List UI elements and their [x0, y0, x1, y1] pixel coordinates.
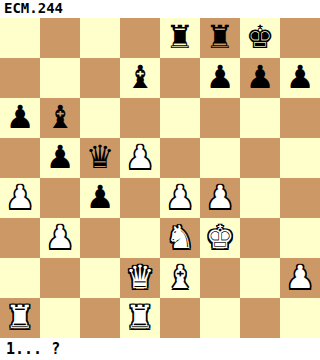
square-h8[interactable] [280, 18, 320, 58]
piece-white-pawn[interactable]: ♟ [6, 178, 35, 217]
piece-white-pawn[interactable]: ♟ [46, 218, 75, 257]
chess-board: ♜♜♚♝♟♟♟♟♝♟♛♟♟♟♟♟♟♞♚♛♝♟♜♜ [0, 18, 320, 338]
square-g6[interactable] [240, 98, 280, 138]
piece-white-bishop[interactable]: ♝ [166, 258, 195, 297]
piece-white-pawn[interactable]: ♟ [166, 178, 195, 217]
piece-black-king[interactable]: ♚ [246, 18, 275, 57]
square-c3[interactable] [80, 218, 120, 258]
square-e6[interactable] [160, 98, 200, 138]
piece-black-bishop[interactable]: ♝ [126, 58, 155, 97]
square-c5[interactable]: ♛ [80, 138, 120, 178]
square-h1[interactable] [280, 298, 320, 338]
square-b6[interactable]: ♝ [40, 98, 80, 138]
piece-white-rook[interactable]: ♜ [6, 298, 35, 337]
square-d6[interactable] [120, 98, 160, 138]
piece-black-pawn[interactable]: ♟ [6, 98, 35, 137]
piece-black-rook[interactable]: ♜ [166, 18, 195, 57]
piece-black-pawn[interactable]: ♟ [86, 178, 115, 217]
square-g2[interactable] [240, 258, 280, 298]
square-c6[interactable] [80, 98, 120, 138]
square-f8[interactable]: ♜ [200, 18, 240, 58]
piece-black-pawn[interactable]: ♟ [246, 58, 275, 97]
square-a5[interactable] [0, 138, 40, 178]
square-h3[interactable] [280, 218, 320, 258]
square-e3[interactable]: ♞ [160, 218, 200, 258]
square-e4[interactable]: ♟ [160, 178, 200, 218]
piece-white-rook[interactable]: ♜ [126, 298, 155, 337]
piece-black-pawn[interactable]: ♟ [46, 138, 75, 177]
chess-app: ECM.244 ♜♜♚♝♟♟♟♟♝♟♛♟♟♟♟♟♟♞♚♛♝♟♜♜ 1... ? [0, 0, 320, 360]
square-c8[interactable] [80, 18, 120, 58]
square-f6[interactable] [200, 98, 240, 138]
piece-black-pawn[interactable]: ♟ [286, 58, 315, 97]
piece-white-pawn[interactable]: ♟ [126, 138, 155, 177]
square-b3[interactable]: ♟ [40, 218, 80, 258]
square-a7[interactable] [0, 58, 40, 98]
puzzle-title: ECM.244 [4, 0, 63, 18]
square-a4[interactable]: ♟ [0, 178, 40, 218]
square-g5[interactable] [240, 138, 280, 178]
square-b4[interactable] [40, 178, 80, 218]
square-b1[interactable] [40, 298, 80, 338]
square-h7[interactable]: ♟ [280, 58, 320, 98]
square-a6[interactable]: ♟ [0, 98, 40, 138]
square-f1[interactable] [200, 298, 240, 338]
square-b5[interactable]: ♟ [40, 138, 80, 178]
square-c1[interactable] [80, 298, 120, 338]
square-g7[interactable]: ♟ [240, 58, 280, 98]
square-d4[interactable] [120, 178, 160, 218]
square-g8[interactable]: ♚ [240, 18, 280, 58]
square-h5[interactable] [280, 138, 320, 178]
square-g4[interactable] [240, 178, 280, 218]
square-d2[interactable]: ♛ [120, 258, 160, 298]
piece-white-queen[interactable]: ♛ [126, 258, 155, 297]
square-a1[interactable]: ♜ [0, 298, 40, 338]
square-f2[interactable] [200, 258, 240, 298]
square-a3[interactable] [0, 218, 40, 258]
piece-black-queen[interactable]: ♛ [86, 138, 115, 177]
piece-black-bishop[interactable]: ♝ [46, 98, 75, 137]
square-c7[interactable] [80, 58, 120, 98]
square-f7[interactable]: ♟ [200, 58, 240, 98]
piece-black-pawn[interactable]: ♟ [206, 58, 235, 97]
square-d1[interactable]: ♜ [120, 298, 160, 338]
square-b8[interactable] [40, 18, 80, 58]
square-d8[interactable] [120, 18, 160, 58]
square-d7[interactable]: ♝ [120, 58, 160, 98]
square-h2[interactable]: ♟ [280, 258, 320, 298]
piece-white-knight[interactable]: ♞ [166, 218, 195, 257]
piece-white-pawn[interactable]: ♟ [206, 178, 235, 217]
square-e7[interactable] [160, 58, 200, 98]
square-g3[interactable] [240, 218, 280, 258]
square-f3[interactable]: ♚ [200, 218, 240, 258]
square-g1[interactable] [240, 298, 280, 338]
piece-white-pawn[interactable]: ♟ [286, 258, 315, 297]
piece-white-king[interactable]: ♚ [206, 218, 235, 257]
square-e8[interactable]: ♜ [160, 18, 200, 58]
square-c4[interactable]: ♟ [80, 178, 120, 218]
square-f4[interactable]: ♟ [200, 178, 240, 218]
square-e2[interactable]: ♝ [160, 258, 200, 298]
square-b2[interactable] [40, 258, 80, 298]
square-f5[interactable] [200, 138, 240, 178]
square-d5[interactable]: ♟ [120, 138, 160, 178]
square-b7[interactable] [40, 58, 80, 98]
piece-black-rook[interactable]: ♜ [206, 18, 235, 57]
square-e1[interactable] [160, 298, 200, 338]
move-prompt: 1... ? [6, 340, 60, 360]
square-d3[interactable] [120, 218, 160, 258]
square-a8[interactable] [0, 18, 40, 58]
square-h6[interactable] [280, 98, 320, 138]
square-h4[interactable] [280, 178, 320, 218]
square-c2[interactable] [80, 258, 120, 298]
square-e5[interactable] [160, 138, 200, 178]
square-a2[interactable] [0, 258, 40, 298]
